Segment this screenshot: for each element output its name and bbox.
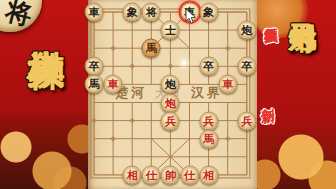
piece-black-g7[interactable]: 卒 (199, 57, 218, 76)
app-window: 将 大神象棋 楚河 汉界 大师 車象将車象士炮馬卒卒卒馬車炮車炮兵兵兵馬相仕帥仕… (0, 0, 336, 189)
piece-red-i4[interactable]: 兵 (237, 111, 256, 130)
piece-black-e6[interactable]: 炮 (161, 75, 180, 94)
piece-red-c1[interactable]: 相 (123, 165, 142, 184)
piece-black-g10[interactable]: 象 (199, 3, 218, 22)
xiangqi-board[interactable]: 楚河 汉界 大师 車象将車象士炮馬卒卒卒馬車炮車炮兵兵兵馬相仕帥仕相 (88, 0, 257, 189)
subtitle-label: 创新 (259, 96, 275, 97)
piece-black-a10[interactable]: 車 (85, 3, 104, 22)
decorative-glow-piece (257, 0, 309, 38)
piece-red-d1[interactable]: 仕 (142, 165, 161, 184)
piece-red-e4[interactable]: 兵 (161, 111, 180, 130)
piece-red-e5[interactable]: 炮 (161, 93, 180, 112)
piece-red-g1[interactable]: 相 (199, 165, 218, 184)
piece-black-e9[interactable]: 士 (161, 21, 180, 40)
piece-red-b6[interactable]: 車 (104, 75, 123, 94)
right-banner: 象棋大师 创新 中炮对屏风马 (257, 0, 336, 189)
piece-red-g3[interactable]: 馬 (199, 129, 218, 148)
piece-red-g4[interactable]: 兵 (199, 111, 218, 130)
mouse-cursor (185, 9, 197, 25)
decorative-general-piece: 将 (0, 0, 42, 32)
piece-red-e1[interactable]: 帥 (161, 165, 180, 184)
piece-black-a6[interactable]: 馬 (85, 75, 104, 94)
piece-black-d8[interactable]: 馬 (142, 39, 161, 58)
decorative-pieces-photo-right (257, 123, 336, 189)
decorative-pieces-photo-left (0, 109, 89, 189)
piece-black-c10[interactable]: 象 (123, 3, 142, 22)
piece-black-a7[interactable]: 卒 (85, 57, 104, 76)
sparkle-highlight (182, 61, 187, 66)
decorative-general-char: 将 (2, 0, 36, 34)
piece-black-i9[interactable]: 炮 (237, 21, 256, 40)
piece-red-h6[interactable]: 車 (218, 75, 237, 94)
piece-black-d10[interactable]: 将 (142, 3, 161, 22)
piece-black-i7[interactable]: 卒 (237, 57, 256, 76)
piece-red-f1[interactable]: 仕 (180, 165, 199, 184)
left-banner: 将 大神象棋 (0, 0, 89, 189)
